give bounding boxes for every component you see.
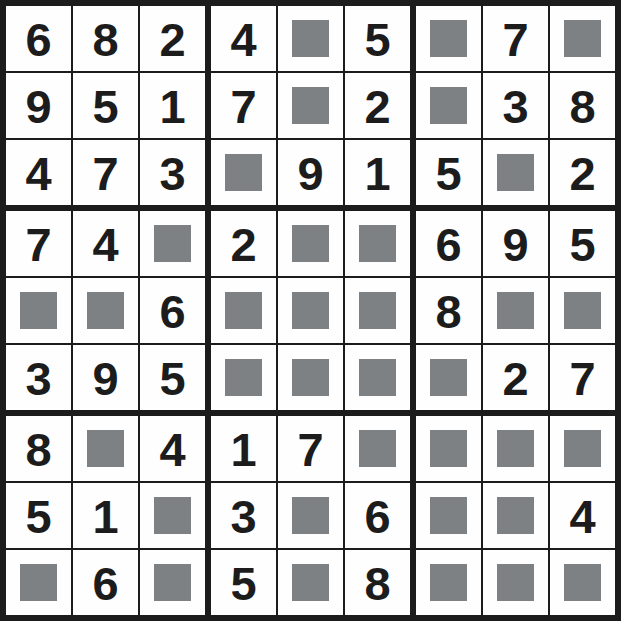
cell-r7c5: 7 — [278, 416, 345, 483]
cell-r4c5[interactable] — [278, 211, 345, 278]
cell-r9c6: 8 — [345, 550, 416, 615]
empty-cell-square — [359, 359, 396, 396]
cell-r8c5[interactable] — [278, 483, 345, 550]
cell-r4c7: 6 — [416, 211, 483, 278]
given-digit: 8 — [25, 426, 51, 473]
empty-cell-square — [564, 20, 601, 57]
given-digit: 8 — [92, 16, 118, 63]
cell-r1c2: 8 — [73, 6, 140, 73]
cell-r8c4: 3 — [211, 483, 278, 550]
empty-cell-square — [154, 225, 191, 262]
cell-r6c2: 9 — [73, 345, 140, 416]
cell-r9c2: 6 — [73, 550, 140, 615]
given-digit: 9 — [25, 83, 51, 130]
empty-cell-square — [564, 564, 601, 601]
given-digit: 8 — [569, 83, 595, 130]
cell-r3c2: 7 — [73, 140, 140, 211]
given-digit: 9 — [502, 221, 528, 268]
empty-cell-square — [564, 430, 601, 467]
cell-r6c4[interactable] — [211, 345, 278, 416]
cell-r8c7[interactable] — [416, 483, 483, 550]
empty-cell-square — [359, 292, 396, 329]
cell-r2c6: 2 — [345, 73, 416, 140]
cell-r5c4[interactable] — [211, 278, 278, 345]
empty-cell-square — [292, 564, 329, 601]
given-digit: 2 — [364, 83, 390, 130]
given-digit: 2 — [230, 221, 256, 268]
given-digit: 7 — [502, 16, 528, 63]
empty-cell-square — [430, 359, 467, 396]
cell-r8c3[interactable] — [140, 483, 211, 550]
cell-r1c3: 2 — [140, 6, 211, 73]
cell-r2c4: 7 — [211, 73, 278, 140]
given-digit: 5 — [159, 355, 185, 402]
cell-r6c1: 3 — [6, 345, 73, 416]
cell-r3c9: 2 — [550, 140, 615, 211]
empty-cell-square — [430, 430, 467, 467]
cell-r1c6: 5 — [345, 6, 416, 73]
cell-r2c1: 9 — [6, 73, 73, 140]
cell-r8c1: 5 — [6, 483, 73, 550]
given-digit: 5 — [435, 150, 461, 197]
cell-r9c9[interactable] — [550, 550, 615, 615]
given-digit: 8 — [435, 288, 461, 335]
given-digit: 7 — [92, 150, 118, 197]
cell-r6c7[interactable] — [416, 345, 483, 416]
empty-cell-square — [292, 359, 329, 396]
cell-r3c5: 9 — [278, 140, 345, 211]
empty-cell-square — [359, 430, 396, 467]
cell-r2c3: 1 — [140, 73, 211, 140]
given-digit: 6 — [364, 493, 390, 540]
cell-r2c5[interactable] — [278, 73, 345, 140]
empty-cell-square — [497, 292, 534, 329]
cell-r5c8[interactable] — [483, 278, 550, 345]
given-digit: 6 — [435, 221, 461, 268]
empty-cell-square — [497, 564, 534, 601]
empty-cell-square — [497, 154, 534, 191]
sudoku-board: 6824579517238473915274269568395278417513… — [0, 0, 621, 621]
cell-r8c8[interactable] — [483, 483, 550, 550]
cell-r5c7: 8 — [416, 278, 483, 345]
given-digit: 1 — [159, 83, 185, 130]
given-digit: 3 — [159, 150, 185, 197]
empty-cell-square — [225, 359, 262, 396]
cell-r2c7[interactable] — [416, 73, 483, 140]
given-digit: 1 — [364, 150, 390, 197]
cell-r9c8[interactable] — [483, 550, 550, 615]
given-digit: 6 — [159, 288, 185, 335]
cell-r9c4: 5 — [211, 550, 278, 615]
empty-cell-square — [292, 20, 329, 57]
empty-cell-square — [292, 225, 329, 262]
cell-r5c6[interactable] — [345, 278, 416, 345]
empty-cell-square — [430, 497, 467, 534]
cell-r7c7[interactable] — [416, 416, 483, 483]
empty-cell-square — [359, 225, 396, 262]
cell-r5c5[interactable] — [278, 278, 345, 345]
given-digit: 2 — [502, 355, 528, 402]
empty-cell-square — [497, 497, 534, 534]
given-digit: 4 — [569, 493, 595, 540]
cell-r5c9[interactable] — [550, 278, 615, 345]
given-digit: 7 — [230, 83, 256, 130]
cell-r6c9: 7 — [550, 345, 615, 416]
empty-cell-square — [430, 87, 467, 124]
cell-r2c2: 5 — [73, 73, 140, 140]
given-digit: 6 — [92, 560, 118, 607]
cell-r5c3: 6 — [140, 278, 211, 345]
empty-cell-square — [292, 497, 329, 534]
cell-r4c6[interactable] — [345, 211, 416, 278]
given-digit: 4 — [230, 16, 256, 63]
given-digit: 3 — [502, 83, 528, 130]
cell-r1c7[interactable] — [416, 6, 483, 73]
cell-r4c2: 4 — [73, 211, 140, 278]
empty-cell-square — [154, 564, 191, 601]
cell-r1c5[interactable] — [278, 6, 345, 73]
given-digit: 4 — [159, 426, 185, 473]
given-digit: 3 — [230, 493, 256, 540]
cell-r2c8: 3 — [483, 73, 550, 140]
cell-r3c4[interactable] — [211, 140, 278, 211]
cell-r6c6[interactable] — [345, 345, 416, 416]
empty-cell-square — [497, 430, 534, 467]
cell-r1c8: 7 — [483, 6, 550, 73]
cell-r7c2[interactable] — [73, 416, 140, 483]
empty-cell-square — [225, 154, 262, 191]
cell-r5c1[interactable] — [6, 278, 73, 345]
empty-cell-square — [564, 292, 601, 329]
given-digit: 5 — [569, 221, 595, 268]
given-digit: 4 — [92, 221, 118, 268]
cell-r7c6[interactable] — [345, 416, 416, 483]
given-digit: 6 — [25, 16, 51, 63]
cell-r6c3: 5 — [140, 345, 211, 416]
empty-cell-square — [430, 564, 467, 601]
given-digit: 9 — [92, 355, 118, 402]
cell-r4c9: 5 — [550, 211, 615, 278]
empty-cell-square — [20, 292, 57, 329]
cell-r4c8: 9 — [483, 211, 550, 278]
cell-r1c1: 6 — [6, 6, 73, 73]
given-digit: 5 — [25, 493, 51, 540]
cell-r2c9: 8 — [550, 73, 615, 140]
cell-r9c7[interactable] — [416, 550, 483, 615]
given-digit: 7 — [297, 426, 323, 473]
empty-cell-square — [87, 292, 124, 329]
given-digit: 3 — [25, 355, 51, 402]
given-digit: 5 — [92, 83, 118, 130]
given-digit: 5 — [364, 16, 390, 63]
cell-r4c4: 2 — [211, 211, 278, 278]
given-digit: 5 — [230, 560, 256, 607]
cell-r5c2[interactable] — [73, 278, 140, 345]
cell-r4c3[interactable] — [140, 211, 211, 278]
cell-r7c8[interactable] — [483, 416, 550, 483]
cell-r6c8: 2 — [483, 345, 550, 416]
given-digit: 7 — [569, 355, 595, 402]
cell-r4c1: 7 — [6, 211, 73, 278]
empty-cell-square — [430, 20, 467, 57]
cell-r3c7: 5 — [416, 140, 483, 211]
cell-r8c2: 1 — [73, 483, 140, 550]
given-digit: 7 — [25, 221, 51, 268]
given-digit: 9 — [297, 150, 323, 197]
cell-r3c1: 4 — [6, 140, 73, 211]
cell-r1c4: 4 — [211, 6, 278, 73]
empty-cell-square — [292, 87, 329, 124]
empty-cell-square — [292, 292, 329, 329]
cell-r6c5[interactable] — [278, 345, 345, 416]
cell-r9c3[interactable] — [140, 550, 211, 615]
cell-r7c1: 8 — [6, 416, 73, 483]
empty-cell-square — [225, 292, 262, 329]
cell-r8c9: 4 — [550, 483, 615, 550]
cell-r1c9[interactable] — [550, 6, 615, 73]
cell-r7c4: 1 — [211, 416, 278, 483]
empty-cell-square — [87, 430, 124, 467]
given-digit: 4 — [25, 150, 51, 197]
cell-r9c5[interactable] — [278, 550, 345, 615]
cell-r9c1[interactable] — [6, 550, 73, 615]
cell-r3c8[interactable] — [483, 140, 550, 211]
cell-r3c3: 3 — [140, 140, 211, 211]
cell-r3c6: 1 — [345, 140, 416, 211]
given-digit: 8 — [364, 560, 390, 607]
given-digit: 1 — [92, 493, 118, 540]
empty-cell-square — [20, 564, 57, 601]
given-digit: 1 — [230, 426, 256, 473]
given-digit: 2 — [569, 150, 595, 197]
cell-r7c9[interactable] — [550, 416, 615, 483]
cell-r8c6: 6 — [345, 483, 416, 550]
cell-r7c3: 4 — [140, 416, 211, 483]
empty-cell-square — [154, 497, 191, 534]
given-digit: 2 — [159, 16, 185, 63]
